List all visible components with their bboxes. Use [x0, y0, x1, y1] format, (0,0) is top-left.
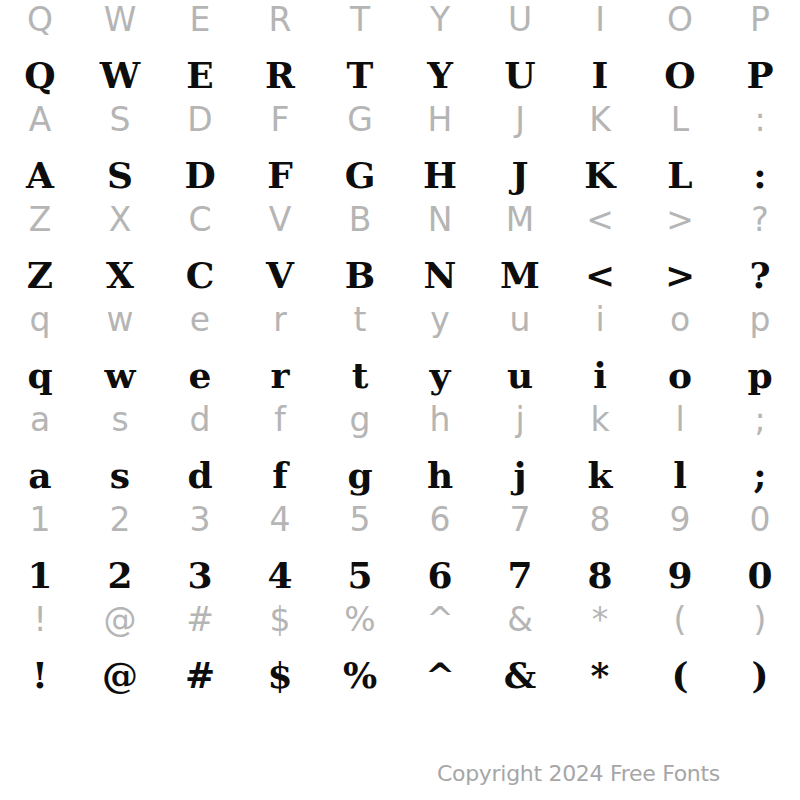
specimen-char-r7c5: % — [320, 644, 400, 700]
specimen-char-r4c3: e — [160, 344, 240, 400]
reference-char-r5c8: k — [560, 400, 640, 444]
specimen-char-r2c8: K — [560, 144, 640, 200]
reference-char-r3c9: > — [640, 200, 720, 244]
specimen-char-r4c5: t — [320, 344, 400, 400]
reference-char-r3c8: < — [560, 200, 640, 244]
specimen-char-r5c8: k — [560, 444, 640, 500]
specimen-char-r6c3: 3 — [160, 544, 240, 600]
reference-char-r1c9: O — [640, 0, 720, 44]
reference-char-r4c2: w — [80, 300, 160, 344]
reference-char-r2c6: H — [400, 100, 480, 144]
reference-char-r5c5: g — [320, 400, 400, 444]
reference-char-r7c5: % — [320, 600, 400, 644]
reference-char-r4c6: y — [400, 300, 480, 344]
specimen-char-r6c4: 4 — [240, 544, 320, 600]
reference-char-r4c8: i — [560, 300, 640, 344]
reference-char-r5c9: l — [640, 400, 720, 444]
specimen-char-r4c1: q — [0, 344, 80, 400]
specimen-char-r7c6: ^ — [400, 644, 480, 700]
reference-char-r1c6: Y — [400, 0, 480, 44]
specimen-char-r6c9: 9 — [640, 544, 720, 600]
reference-char-r4c7: u — [480, 300, 560, 344]
character-grid: QWERTYUIOPQWERTYUIOPASDFGHJKL:ASDFGHJKL:… — [0, 0, 800, 700]
copyright-text: Copyright 2024 Free Fonts — [437, 761, 720, 786]
reference-char-r7c7: & — [480, 600, 560, 644]
reference-char-r2c5: G — [320, 100, 400, 144]
reference-char-r7c2: @ — [80, 600, 160, 644]
specimen-char-r3c5: B — [320, 244, 400, 300]
specimen-char-r2c6: H — [400, 144, 480, 200]
reference-char-r5c10: ; — [720, 400, 800, 444]
specimen-char-r5c3: d — [160, 444, 240, 500]
specimen-char-r7c8: * — [560, 644, 640, 700]
reference-char-r1c8: I — [560, 0, 640, 44]
reference-char-r3c2: X — [80, 200, 160, 244]
reference-char-r5c1: a — [0, 400, 80, 444]
reference-char-r4c1: q — [0, 300, 80, 344]
reference-char-r7c4: $ — [240, 600, 320, 644]
specimen-char-r1c5: T — [320, 44, 400, 100]
reference-char-r2c4: F — [240, 100, 320, 144]
reference-char-r4c3: e — [160, 300, 240, 344]
reference-char-r7c6: ^ — [400, 600, 480, 644]
reference-char-r6c7: 7 — [480, 500, 560, 544]
specimen-char-r3c8: < — [560, 244, 640, 300]
reference-char-r6c4: 4 — [240, 500, 320, 544]
specimen-char-r4c8: i — [560, 344, 640, 400]
reference-char-r6c5: 5 — [320, 500, 400, 544]
specimen-char-r2c5: G — [320, 144, 400, 200]
reference-char-r1c3: E — [160, 0, 240, 44]
specimen-char-r1c6: Y — [400, 44, 480, 100]
reference-char-r4c10: p — [720, 300, 800, 344]
reference-char-r7c9: ( — [640, 600, 720, 644]
specimen-char-r4c7: u — [480, 344, 560, 400]
reference-char-r7c8: * — [560, 600, 640, 644]
reference-char-r1c7: U — [480, 0, 560, 44]
specimen-char-r5c1: a — [0, 444, 80, 500]
specimen-char-r4c9: o — [640, 344, 720, 400]
specimen-char-r2c9: L — [640, 144, 720, 200]
reference-char-r3c4: V — [240, 200, 320, 244]
reference-char-r7c1: ! — [0, 600, 80, 644]
reference-char-r5c4: f — [240, 400, 320, 444]
specimen-char-r7c4: $ — [240, 644, 320, 700]
reference-char-r5c6: h — [400, 400, 480, 444]
reference-char-r1c2: W — [80, 0, 160, 44]
reference-char-r4c5: t — [320, 300, 400, 344]
reference-char-r2c9: L — [640, 100, 720, 144]
specimen-char-r5c10: ; — [720, 444, 800, 500]
reference-char-r1c5: T — [320, 0, 400, 44]
reference-char-r5c7: j — [480, 400, 560, 444]
specimen-char-r2c7: J — [480, 144, 560, 200]
reference-char-r2c3: D — [160, 100, 240, 144]
specimen-char-r1c10: P — [720, 44, 800, 100]
specimen-char-r3c7: M — [480, 244, 560, 300]
reference-char-r3c10: ? — [720, 200, 800, 244]
specimen-char-r4c2: w — [80, 344, 160, 400]
specimen-char-r5c4: f — [240, 444, 320, 500]
specimen-char-r7c7: & — [480, 644, 560, 700]
reference-char-r7c3: # — [160, 600, 240, 644]
font-specimen-sheet: QWERTYUIOPQWERTYUIOPASDFGHJKL:ASDFGHJKL:… — [0, 0, 800, 800]
reference-char-r5c3: d — [160, 400, 240, 444]
specimen-char-r5c6: h — [400, 444, 480, 500]
specimen-char-r1c4: R — [240, 44, 320, 100]
specimen-char-r2c10: : — [720, 144, 800, 200]
specimen-char-r3c9: > — [640, 244, 720, 300]
reference-char-r4c9: o — [640, 300, 720, 344]
reference-char-r3c5: B — [320, 200, 400, 244]
reference-char-r1c1: Q — [0, 0, 80, 44]
specimen-char-r7c10: ) — [720, 644, 800, 700]
specimen-char-r5c5: g — [320, 444, 400, 500]
specimen-char-r1c3: E — [160, 44, 240, 100]
specimen-char-r7c9: ( — [640, 644, 720, 700]
reference-char-r1c10: P — [720, 0, 800, 44]
reference-char-r6c9: 9 — [640, 500, 720, 544]
specimen-char-r1c1: Q — [0, 44, 80, 100]
reference-char-r3c1: Z — [0, 200, 80, 244]
specimen-char-r3c2: X — [80, 244, 160, 300]
specimen-char-r5c9: l — [640, 444, 720, 500]
specimen-char-r2c1: A — [0, 144, 80, 200]
specimen-char-r6c6: 6 — [400, 544, 480, 600]
reference-char-r3c7: M — [480, 200, 560, 244]
reference-char-r2c1: A — [0, 100, 80, 144]
reference-char-r2c7: J — [480, 100, 560, 144]
specimen-char-r2c2: S — [80, 144, 160, 200]
specimen-char-r3c10: ? — [720, 244, 800, 300]
reference-char-r6c3: 3 — [160, 500, 240, 544]
reference-char-r2c8: K — [560, 100, 640, 144]
reference-char-r6c2: 2 — [80, 500, 160, 544]
specimen-char-r7c2: @ — [80, 644, 160, 700]
specimen-char-r7c1: ! — [0, 644, 80, 700]
specimen-char-r3c3: C — [160, 244, 240, 300]
reference-char-r3c6: N — [400, 200, 480, 244]
reference-char-r7c10: ) — [720, 600, 800, 644]
reference-char-r6c8: 8 — [560, 500, 640, 544]
specimen-char-r5c7: j — [480, 444, 560, 500]
reference-char-r2c10: : — [720, 100, 800, 144]
reference-char-r4c4: r — [240, 300, 320, 344]
specimen-char-r2c3: D — [160, 144, 240, 200]
specimen-char-r7c3: # — [160, 644, 240, 700]
specimen-char-r6c5: 5 — [320, 544, 400, 600]
specimen-char-r6c2: 2 — [80, 544, 160, 600]
specimen-char-r1c2: W — [80, 44, 160, 100]
specimen-char-r6c7: 7 — [480, 544, 560, 600]
specimen-char-r1c8: I — [560, 44, 640, 100]
specimen-char-r1c9: O — [640, 44, 720, 100]
specimen-char-r2c4: F — [240, 144, 320, 200]
specimen-char-r3c4: V — [240, 244, 320, 300]
specimen-char-r1c7: U — [480, 44, 560, 100]
specimen-char-r4c4: r — [240, 344, 320, 400]
specimen-char-r5c2: s — [80, 444, 160, 500]
specimen-char-r4c6: y — [400, 344, 480, 400]
reference-char-r2c2: S — [80, 100, 160, 144]
specimen-char-r6c1: 1 — [0, 544, 80, 600]
reference-char-r6c6: 6 — [400, 500, 480, 544]
reference-char-r1c4: R — [240, 0, 320, 44]
reference-char-r5c2: s — [80, 400, 160, 444]
specimen-char-r3c1: Z — [0, 244, 80, 300]
reference-char-r6c1: 1 — [0, 500, 80, 544]
specimen-char-r3c6: N — [400, 244, 480, 300]
specimen-char-r6c8: 8 — [560, 544, 640, 600]
reference-char-r3c3: C — [160, 200, 240, 244]
reference-char-r6c10: 0 — [720, 500, 800, 544]
specimen-char-r6c10: 0 — [720, 544, 800, 600]
specimen-char-r4c10: p — [720, 344, 800, 400]
